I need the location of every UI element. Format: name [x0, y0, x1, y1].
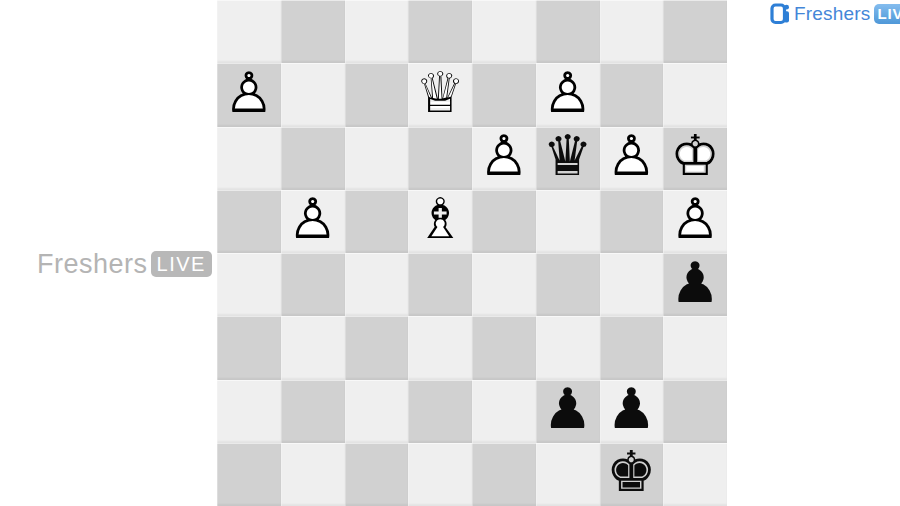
board-square[interactable]: ♟	[663, 253, 727, 316]
board-square[interactable]: ♟	[536, 380, 600, 443]
board-square[interactable]	[536, 316, 600, 379]
board-square[interactable]	[536, 0, 600, 63]
board-square[interactable]	[600, 0, 664, 63]
board-square[interactable]	[217, 380, 281, 443]
board-square[interactable]	[281, 443, 345, 506]
board-square[interactable]	[345, 190, 409, 253]
chess-piece-black-pawn[interactable]: ♟	[670, 255, 720, 311]
board-square[interactable]	[281, 316, 345, 379]
piece-fill-layer: ♟	[670, 255, 720, 311]
board-square[interactable]	[345, 443, 409, 506]
board-square[interactable]	[600, 253, 664, 316]
board-square[interactable]	[281, 253, 345, 316]
board-square[interactable]	[472, 253, 536, 316]
board-square[interactable]	[345, 316, 409, 379]
chess-piece-black-pawn[interactable]: ♟	[543, 381, 593, 437]
chess-piece-white-pawn[interactable]: ♟♙	[224, 65, 274, 121]
watermark-logo: Freshers LIVE	[37, 249, 212, 279]
piece-outline-layer: ♙	[670, 191, 720, 247]
chess-piece-white-pawn[interactable]: ♟♙	[479, 128, 529, 184]
chess-piece-white-bishop[interactable]: ♝♗	[415, 191, 465, 247]
board-square[interactable]	[472, 63, 536, 126]
board-square[interactable]	[472, 0, 536, 63]
site-logo[interactable]: Freshers LIVE	[770, 2, 900, 25]
chess-piece-white-king[interactable]: ♚♔	[670, 128, 720, 184]
board-square[interactable]	[472, 443, 536, 506]
board-square[interactable]	[663, 380, 727, 443]
board-square[interactable]	[281, 63, 345, 126]
board-square[interactable]	[217, 316, 281, 379]
board-square[interactable]: ♟	[600, 380, 664, 443]
chess-piece-black-king[interactable]: ♚	[606, 444, 656, 500]
board-square[interactable]	[345, 127, 409, 190]
piece-fill-layer: ♛	[543, 128, 593, 184]
board-square[interactable]: ♚♔	[663, 127, 727, 190]
chess-board: ♟♙♛♕♟♙♟♙♛♟♙♚♔♟♙♝♗♟♙♟♟♟♚	[217, 0, 727, 506]
piece-fill-layer: ♚	[606, 444, 656, 500]
chess-piece-black-queen[interactable]: ♛	[543, 128, 593, 184]
board-square[interactable]	[408, 380, 472, 443]
board-square[interactable]	[472, 190, 536, 253]
watermark-live-badge: LIVE	[151, 251, 212, 277]
board-square[interactable]: ♚	[600, 443, 664, 506]
chess-piece-black-pawn[interactable]: ♟	[606, 381, 656, 437]
piece-outline-layer: ♙	[288, 191, 338, 247]
board-square[interactable]	[408, 253, 472, 316]
piece-fill-layer: ♟	[606, 381, 656, 437]
board-square[interactable]	[663, 0, 727, 63]
chess-piece-white-queen[interactable]: ♛♕	[415, 65, 465, 121]
piece-outline-layer: ♙	[224, 65, 274, 121]
board-square[interactable]	[472, 316, 536, 379]
board-square[interactable]	[345, 0, 409, 63]
board-square[interactable]	[408, 443, 472, 506]
board-square[interactable]: ♟♙	[600, 127, 664, 190]
board-square[interactable]	[536, 443, 600, 506]
board-square[interactable]	[536, 190, 600, 253]
chess-piece-white-pawn[interactable]: ♟♙	[670, 191, 720, 247]
piece-outline-layer: ♙	[479, 128, 529, 184]
piece-outline-layer: ♙	[606, 128, 656, 184]
board-square[interactable]: ♟♙	[663, 190, 727, 253]
chess-piece-white-pawn[interactable]: ♟♙	[606, 128, 656, 184]
board-square[interactable]	[600, 190, 664, 253]
board-square[interactable]: ♟♙	[217, 63, 281, 126]
board-square[interactable]	[663, 63, 727, 126]
board-square[interactable]	[600, 316, 664, 379]
board-square[interactable]	[281, 127, 345, 190]
piece-outline-layer: ♙	[543, 65, 593, 121]
logo-live-badge: LIVE	[874, 4, 900, 24]
watermark-brand-text: Freshers	[37, 249, 148, 279]
board-square[interactable]	[408, 316, 472, 379]
page: Freshers LIVE ♟♙♛♕♟♙♟♙♛♟♙♚♔♟♙♝♗♟♙♟♟♟♚ Fr…	[0, 0, 900, 506]
board-square[interactable]	[217, 127, 281, 190]
chess-piece-white-pawn[interactable]: ♟♙	[288, 191, 338, 247]
board-square[interactable]	[408, 127, 472, 190]
board-square[interactable]	[536, 253, 600, 316]
piece-outline-layer: ♔	[670, 128, 720, 184]
board-square[interactable]	[281, 380, 345, 443]
piece-fill-layer: ♟	[543, 381, 593, 437]
board-square[interactable]	[408, 0, 472, 63]
board-square[interactable]	[345, 380, 409, 443]
board-square[interactable]	[345, 63, 409, 126]
board-square[interactable]	[217, 253, 281, 316]
board-square[interactable]	[217, 190, 281, 253]
piece-outline-layer: ♗	[415, 191, 465, 247]
board-square[interactable]: ♟♙	[281, 190, 345, 253]
board-square[interactable]	[217, 0, 281, 63]
logo-brand-text: Freshers	[793, 2, 872, 25]
board-square[interactable]	[663, 443, 727, 506]
freshers-logo-icon	[770, 2, 791, 25]
chess-piece-white-pawn[interactable]: ♟♙	[543, 65, 593, 121]
board-square[interactable]: ♛♕	[408, 63, 472, 126]
board-square[interactable]: ♟♙	[472, 127, 536, 190]
board-square[interactable]	[600, 63, 664, 126]
board-square[interactable]	[281, 0, 345, 63]
board-square[interactable]: ♝♗	[408, 190, 472, 253]
board-square[interactable]	[663, 316, 727, 379]
board-square[interactable]: ♟♙	[536, 63, 600, 126]
board-square[interactable]	[472, 380, 536, 443]
board-square[interactable]: ♛	[536, 127, 600, 190]
board-square[interactable]	[345, 253, 409, 316]
board-square[interactable]	[217, 443, 281, 506]
piece-outline-layer: ♕	[415, 65, 465, 121]
